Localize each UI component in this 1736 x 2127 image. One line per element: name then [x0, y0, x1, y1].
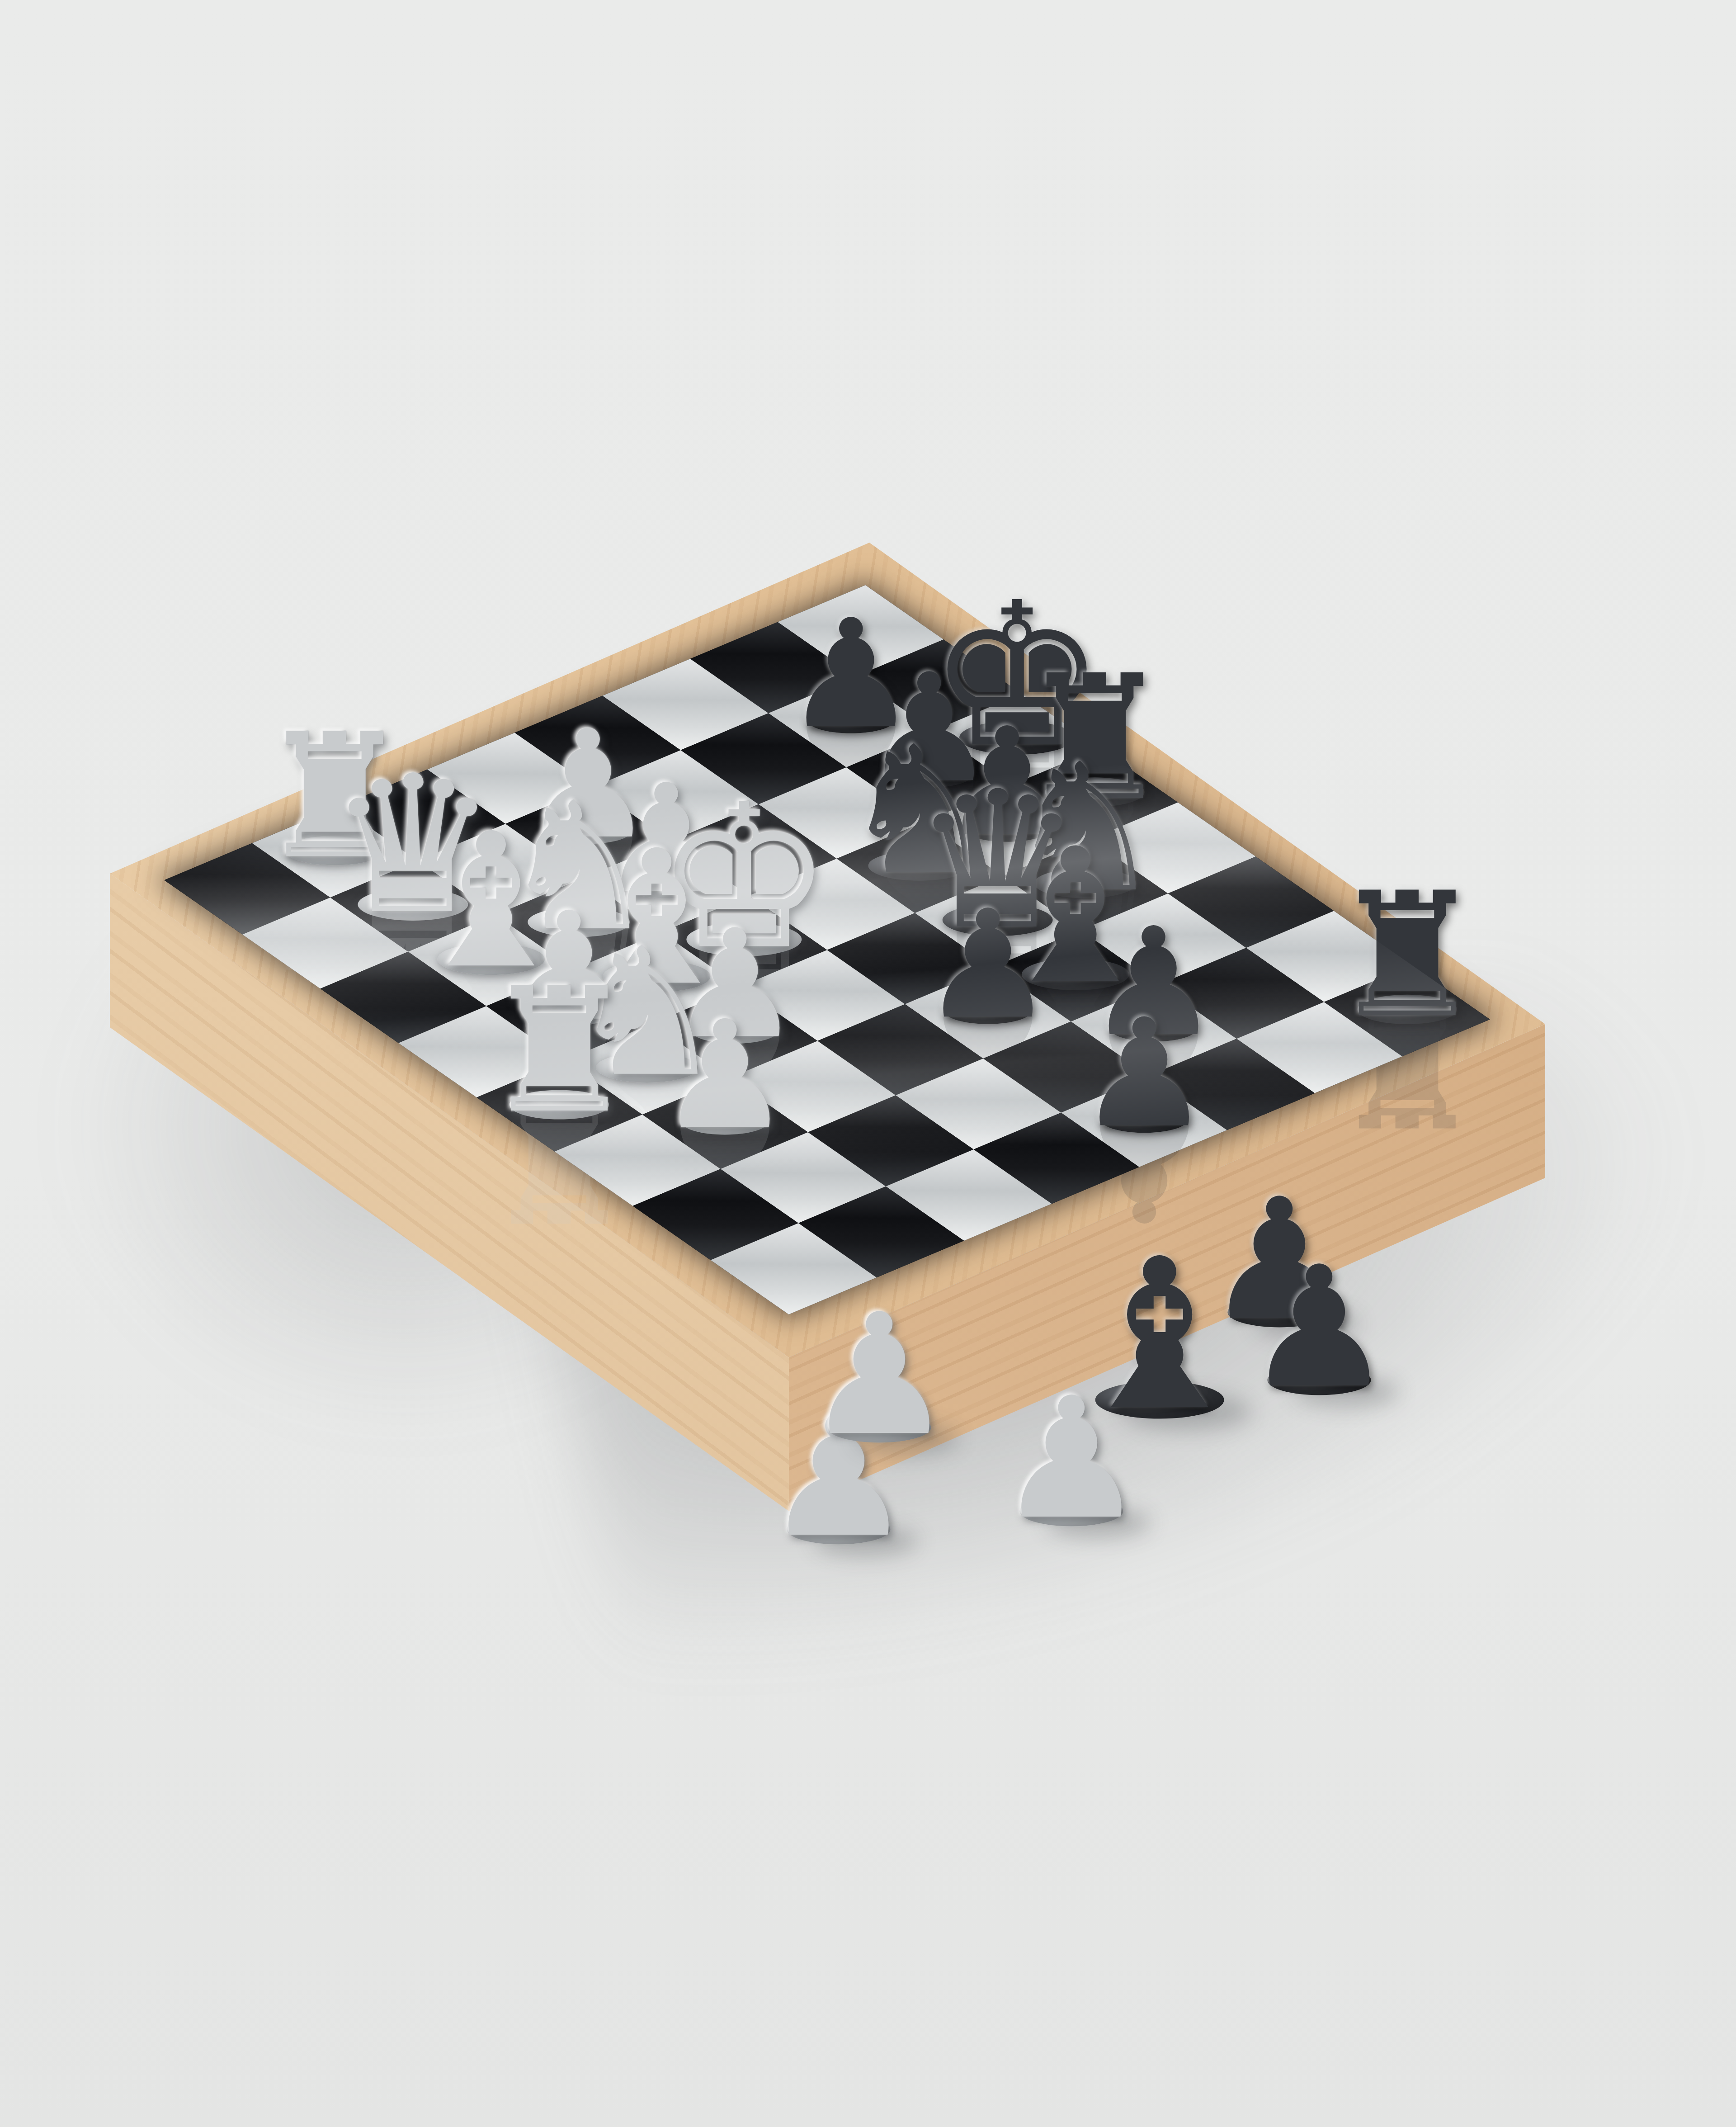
piece-glyph: ♟ — [1244, 1244, 1394, 1412]
product-scene: { "game": "chess", "set_description": "B… — [0, 0, 1736, 2127]
piece-glyph: ♟ — [804, 1292, 954, 1459]
captured-pieces-tray: ♟♟♟♟♟♟♝♝♟♟♟♟ — [0, 0, 1736, 2127]
